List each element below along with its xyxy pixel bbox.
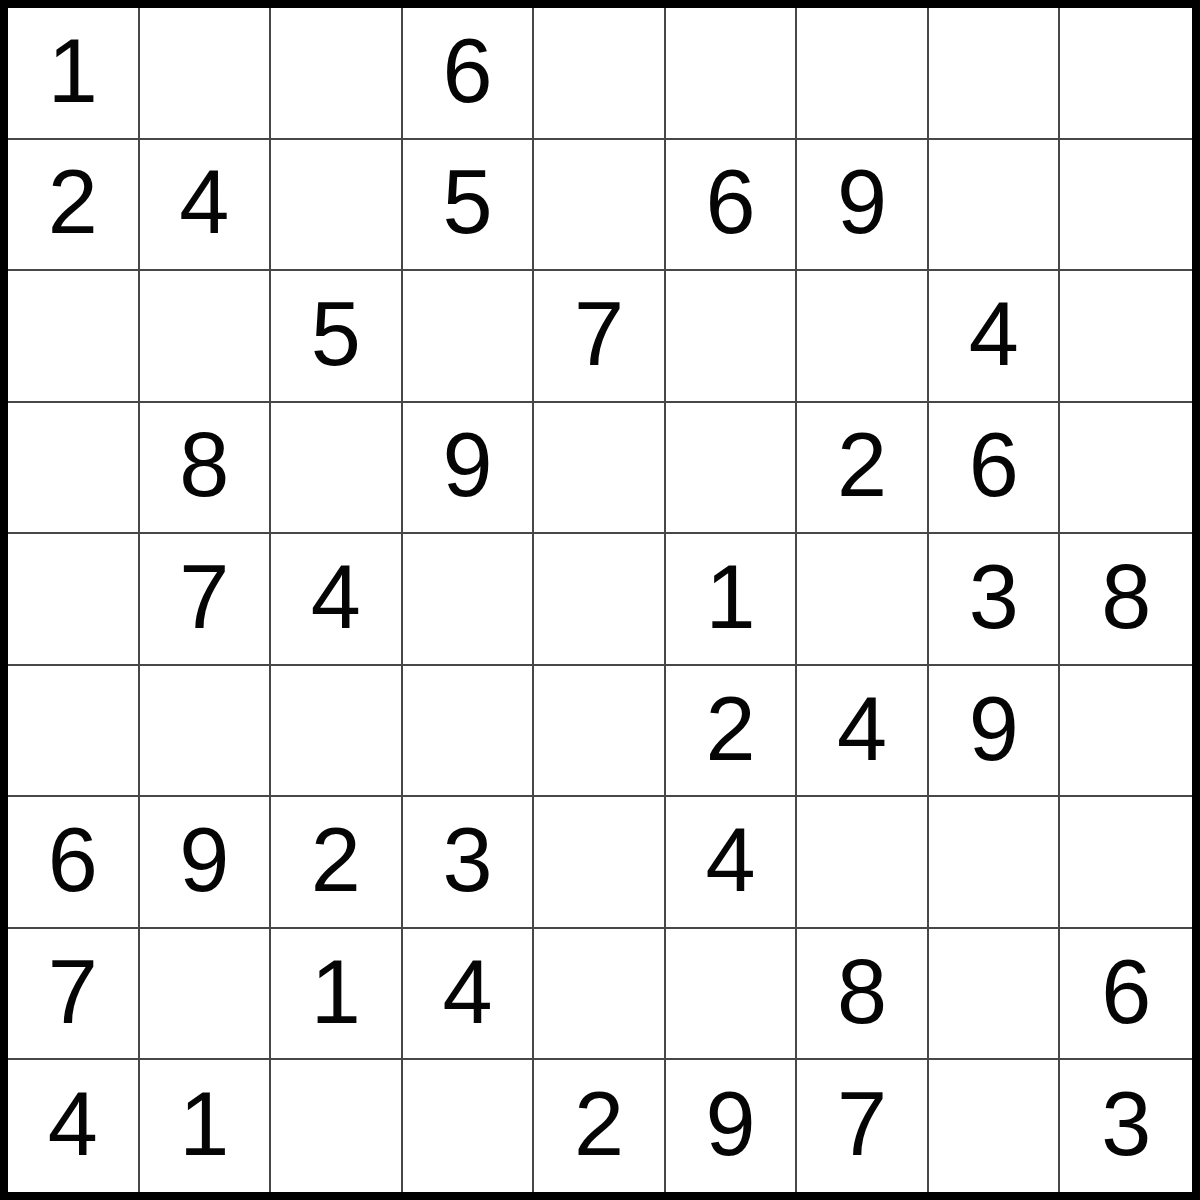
cell-r3c4[interactable]: [403, 271, 535, 403]
cell-r3c1[interactable]: [8, 271, 140, 403]
cell-r7c7[interactable]: [797, 797, 929, 929]
cell-r3c7[interactable]: [797, 271, 929, 403]
given-digit: 1: [179, 1079, 229, 1169]
cell-r3c5[interactable]: 7: [534, 271, 666, 403]
cell-r3c6[interactable]: [666, 271, 798, 403]
given-digit: 7: [179, 552, 229, 642]
cell-r6c8[interactable]: 9: [929, 666, 1061, 798]
cell-r1c3[interactable]: [271, 8, 403, 140]
cell-r1c5[interactable]: [534, 8, 666, 140]
cell-r7c1[interactable]: 6: [8, 797, 140, 929]
cell-r3c3[interactable]: 5: [271, 271, 403, 403]
cell-r2c1[interactable]: 2: [8, 140, 140, 272]
given-digit: 5: [311, 289, 361, 379]
given-digit: 6: [969, 420, 1019, 510]
cell-r1c1[interactable]: 1: [8, 8, 140, 140]
cell-r6c4[interactable]: [403, 666, 535, 798]
cell-r9c3[interactable]: [271, 1060, 403, 1192]
cell-r1c6[interactable]: [666, 8, 798, 140]
sudoku-board: 16245695748926741382496923471486412973: [0, 0, 1200, 1200]
cell-r2c6[interactable]: 6: [666, 140, 798, 272]
cell-r9c1[interactable]: 4: [8, 1060, 140, 1192]
cell-r1c7[interactable]: [797, 8, 929, 140]
given-digit: 3: [969, 552, 1019, 642]
given-digit: 9: [179, 815, 229, 905]
given-digit: 5: [442, 157, 492, 247]
cell-r9c8[interactable]: [929, 1060, 1061, 1192]
cell-r8c8[interactable]: [929, 929, 1061, 1061]
cell-r5c2[interactable]: 7: [140, 534, 272, 666]
cell-r2c9[interactable]: [1060, 140, 1192, 272]
cell-r8c4[interactable]: 4: [403, 929, 535, 1061]
cell-r3c9[interactable]: [1060, 271, 1192, 403]
given-digit: 2: [311, 815, 361, 905]
cell-r7c9[interactable]: [1060, 797, 1192, 929]
given-digit: 6: [1101, 947, 1151, 1037]
cell-r4c9[interactable]: [1060, 403, 1192, 535]
given-digit: 4: [837, 684, 887, 774]
given-digit: 2: [574, 1079, 624, 1169]
given-digit: 7: [574, 289, 624, 379]
cell-r8c6[interactable]: [666, 929, 798, 1061]
cell-r4c2[interactable]: 8: [140, 403, 272, 535]
cell-r6c7[interactable]: 4: [797, 666, 929, 798]
cell-r2c5[interactable]: [534, 140, 666, 272]
cell-r2c8[interactable]: [929, 140, 1061, 272]
given-digit: 4: [442, 947, 492, 1037]
cell-r7c8[interactable]: [929, 797, 1061, 929]
cell-r4c3[interactable]: [271, 403, 403, 535]
given-digit: 4: [179, 157, 229, 247]
cell-r7c5[interactable]: [534, 797, 666, 929]
given-digit: 2: [48, 157, 98, 247]
cell-r2c2[interactable]: 4: [140, 140, 272, 272]
cell-r8c7[interactable]: 8: [797, 929, 929, 1061]
cell-r5c5[interactable]: [534, 534, 666, 666]
given-digit: 4: [311, 552, 361, 642]
cell-r4c5[interactable]: [534, 403, 666, 535]
cell-r5c6[interactable]: 1: [666, 534, 798, 666]
cell-r3c8[interactable]: 4: [929, 271, 1061, 403]
given-digit: 7: [837, 1079, 887, 1169]
given-digit: 4: [48, 1079, 98, 1169]
cell-r5c7[interactable]: [797, 534, 929, 666]
cell-r2c3[interactable]: [271, 140, 403, 272]
given-digit: 6: [442, 26, 492, 116]
cell-r1c2[interactable]: [140, 8, 272, 140]
cell-r6c2[interactable]: [140, 666, 272, 798]
given-digit: 6: [706, 157, 756, 247]
given-digit: 2: [837, 420, 887, 510]
given-digit: 6: [48, 815, 98, 905]
cell-r5c9[interactable]: 8: [1060, 534, 1192, 666]
cell-r4c4[interactable]: 9: [403, 403, 535, 535]
given-digit: 4: [969, 289, 1019, 379]
given-digit: 7: [48, 947, 98, 1037]
cell-r8c2[interactable]: [140, 929, 272, 1061]
cell-r5c4[interactable]: [403, 534, 535, 666]
given-digit: 8: [837, 947, 887, 1037]
cell-r6c6[interactable]: 2: [666, 666, 798, 798]
cell-r9c4[interactable]: [403, 1060, 535, 1192]
cell-r4c6[interactable]: [666, 403, 798, 535]
cell-r9c7[interactable]: 7: [797, 1060, 929, 1192]
cell-r3c2[interactable]: [140, 271, 272, 403]
cell-r4c8[interactable]: 6: [929, 403, 1061, 535]
given-digit: 9: [969, 684, 1019, 774]
cell-r5c1[interactable]: [8, 534, 140, 666]
given-digit: 9: [442, 420, 492, 510]
given-digit: 2: [706, 684, 756, 774]
cell-r7c4[interactable]: 3: [403, 797, 535, 929]
cell-r5c8[interactable]: 3: [929, 534, 1061, 666]
cell-r1c4[interactable]: 6: [403, 8, 535, 140]
cell-r9c9[interactable]: 3: [1060, 1060, 1192, 1192]
cell-r1c8[interactable]: [929, 8, 1061, 140]
cell-r9c5[interactable]: 2: [534, 1060, 666, 1192]
given-digit: 4: [706, 815, 756, 905]
cell-r8c9[interactable]: 6: [1060, 929, 1192, 1061]
given-digit: 1: [706, 552, 756, 642]
cell-r6c5[interactable]: [534, 666, 666, 798]
given-digit: 3: [1101, 1079, 1151, 1169]
given-digit: 9: [706, 1079, 756, 1169]
cell-r8c1[interactable]: 7: [8, 929, 140, 1061]
given-digit: 1: [311, 947, 361, 1037]
cell-r5c3[interactable]: 4: [271, 534, 403, 666]
given-digit: 8: [179, 420, 229, 510]
given-digit: 3: [442, 815, 492, 905]
cell-r7c2[interactable]: 9: [140, 797, 272, 929]
cell-r9c6[interactable]: 9: [666, 1060, 798, 1192]
cell-r2c7[interactable]: 9: [797, 140, 929, 272]
given-digit: 9: [837, 157, 887, 247]
given-digit: 1: [48, 26, 98, 116]
cell-r7c6[interactable]: 4: [666, 797, 798, 929]
cell-r9c2[interactable]: 1: [140, 1060, 272, 1192]
cell-r6c3[interactable]: [271, 666, 403, 798]
cell-r6c9[interactable]: [1060, 666, 1192, 798]
cell-r4c7[interactable]: 2: [797, 403, 929, 535]
cell-r6c1[interactable]: [8, 666, 140, 798]
cell-r2c4[interactable]: 5: [403, 140, 535, 272]
cell-r8c3[interactable]: 1: [271, 929, 403, 1061]
cell-r8c5[interactable]: [534, 929, 666, 1061]
cell-r4c1[interactable]: [8, 403, 140, 535]
given-digit: 8: [1101, 552, 1151, 642]
cell-r7c3[interactable]: 2: [271, 797, 403, 929]
cell-r1c9[interactable]: [1060, 8, 1192, 140]
